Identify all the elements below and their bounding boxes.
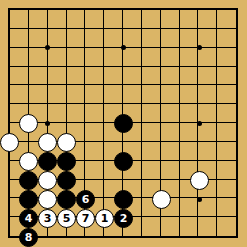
grid-cell bbox=[180, 123, 199, 142]
grid-cell bbox=[180, 10, 199, 29]
stone-white-move-3: 3 bbox=[38, 209, 57, 228]
stone-black bbox=[19, 190, 38, 209]
grid-cell bbox=[85, 123, 104, 142]
grid-cell bbox=[142, 123, 161, 142]
grid-cell bbox=[123, 85, 142, 104]
grid-cell bbox=[142, 67, 161, 86]
move-number: 1 bbox=[101, 213, 109, 224]
hoshi-point bbox=[197, 121, 202, 126]
grid-cell bbox=[104, 85, 123, 104]
grid-cell bbox=[198, 142, 217, 161]
grid-cell bbox=[180, 29, 199, 48]
grid-cell bbox=[67, 104, 86, 123]
grid-cell bbox=[217, 29, 236, 48]
stone-white bbox=[19, 114, 38, 133]
grid-cell bbox=[104, 10, 123, 29]
stone-black-move-6: 6 bbox=[76, 190, 95, 209]
grid-cell bbox=[67, 48, 86, 67]
stone-black-move-4: 4 bbox=[19, 209, 38, 228]
stone-white bbox=[38, 171, 57, 190]
grid-cell bbox=[48, 67, 67, 86]
grid-cell bbox=[10, 10, 29, 29]
stone-black bbox=[57, 190, 76, 209]
stone-white bbox=[19, 152, 38, 171]
grid-cell bbox=[67, 85, 86, 104]
grid-cell bbox=[161, 67, 180, 86]
go-board: 35716428 bbox=[0, 0, 247, 247]
grid-cell bbox=[85, 48, 104, 67]
grid-cell bbox=[161, 161, 180, 180]
grid-cell bbox=[85, 85, 104, 104]
grid-cell bbox=[217, 161, 236, 180]
grid-cell bbox=[10, 85, 29, 104]
hoshi-point bbox=[45, 121, 50, 126]
hoshi-point bbox=[45, 45, 50, 50]
grid-cell bbox=[217, 142, 236, 161]
stone-white bbox=[0, 133, 19, 152]
stone-white bbox=[57, 133, 76, 152]
grid-cell bbox=[85, 104, 104, 123]
move-number: 5 bbox=[63, 213, 71, 224]
grid-cell bbox=[180, 85, 199, 104]
stone-black bbox=[57, 171, 76, 190]
stone-white bbox=[38, 190, 57, 209]
grid-cell bbox=[104, 29, 123, 48]
grid-cell bbox=[10, 67, 29, 86]
grid-cell bbox=[180, 217, 199, 236]
grid-cell bbox=[67, 10, 86, 29]
move-number: 2 bbox=[120, 213, 128, 224]
grid-cell bbox=[85, 29, 104, 48]
grid-cell bbox=[180, 67, 199, 86]
grid-cell bbox=[142, 161, 161, 180]
grid-cell bbox=[161, 29, 180, 48]
grid-cell bbox=[198, 48, 217, 67]
stone-white bbox=[152, 190, 171, 209]
grid-cell bbox=[85, 67, 104, 86]
move-number: 4 bbox=[25, 213, 33, 224]
grid-cell bbox=[10, 29, 29, 48]
grid-cell bbox=[123, 48, 142, 67]
grid-cell bbox=[161, 104, 180, 123]
grid-cell bbox=[217, 180, 236, 199]
grid-cell bbox=[161, 48, 180, 67]
stone-white bbox=[190, 171, 209, 190]
grid-cell bbox=[198, 123, 217, 142]
grid-cell bbox=[142, 217, 161, 236]
grid-cell bbox=[217, 10, 236, 29]
grid-cell bbox=[161, 123, 180, 142]
grid-cell bbox=[142, 48, 161, 67]
grid-cell bbox=[85, 161, 104, 180]
grid-cell bbox=[161, 217, 180, 236]
grid-cell bbox=[142, 142, 161, 161]
grid-cell bbox=[217, 217, 236, 236]
grid-cell bbox=[142, 104, 161, 123]
grid-cell bbox=[142, 29, 161, 48]
grid-cell bbox=[29, 85, 48, 104]
grid-cell bbox=[142, 85, 161, 104]
grid-cell bbox=[85, 142, 104, 161]
stone-black bbox=[38, 152, 57, 171]
stone-black bbox=[114, 114, 133, 133]
grid-cell bbox=[85, 10, 104, 29]
grid-cell bbox=[180, 142, 199, 161]
grid-cell bbox=[29, 67, 48, 86]
move-number: 8 bbox=[25, 232, 33, 243]
hoshi-point bbox=[121, 45, 126, 50]
stone-black bbox=[19, 171, 38, 190]
grid-cell bbox=[180, 198, 199, 217]
grid-cell bbox=[48, 29, 67, 48]
grid-cell bbox=[142, 10, 161, 29]
grid-cell bbox=[217, 198, 236, 217]
grid-cell bbox=[10, 48, 29, 67]
grid-cell bbox=[123, 67, 142, 86]
stone-white bbox=[38, 133, 57, 152]
grid-cell bbox=[104, 48, 123, 67]
grid-cell bbox=[198, 67, 217, 86]
grid-cell bbox=[217, 48, 236, 67]
grid-cell bbox=[123, 10, 142, 29]
move-number: 7 bbox=[82, 213, 90, 224]
grid-cell bbox=[217, 123, 236, 142]
stone-white-move-5: 5 bbox=[57, 209, 76, 228]
grid-cell bbox=[48, 10, 67, 29]
grid-cell bbox=[161, 142, 180, 161]
grid-cell bbox=[180, 104, 199, 123]
move-number: 6 bbox=[82, 194, 90, 205]
stone-black bbox=[57, 152, 76, 171]
grid-cell bbox=[67, 29, 86, 48]
grid-cell bbox=[217, 104, 236, 123]
hoshi-point bbox=[197, 197, 202, 202]
grid-cell bbox=[48, 48, 67, 67]
grid-cell bbox=[198, 85, 217, 104]
grid-cell bbox=[198, 217, 217, 236]
stone-white-move-1: 1 bbox=[95, 209, 114, 228]
grid-cell bbox=[180, 48, 199, 67]
grid-cell bbox=[123, 29, 142, 48]
stone-black bbox=[114, 152, 133, 171]
grid-cell bbox=[48, 85, 67, 104]
grid-cell bbox=[29, 10, 48, 29]
stone-black-move-2: 2 bbox=[114, 209, 133, 228]
move-number: 3 bbox=[44, 213, 52, 224]
grid-cell bbox=[217, 85, 236, 104]
grid-cell bbox=[161, 10, 180, 29]
hoshi-point bbox=[197, 45, 202, 50]
stone-white-move-7: 7 bbox=[76, 209, 95, 228]
grid-cell bbox=[48, 104, 67, 123]
grid-cell bbox=[104, 67, 123, 86]
grid-cell bbox=[198, 104, 217, 123]
grid-cell bbox=[29, 48, 48, 67]
grid-cell bbox=[161, 85, 180, 104]
stone-black-move-8: 8 bbox=[19, 228, 38, 247]
grid-cell bbox=[217, 67, 236, 86]
grid-cell bbox=[67, 67, 86, 86]
stone-black bbox=[114, 190, 133, 209]
grid-cell bbox=[198, 10, 217, 29]
